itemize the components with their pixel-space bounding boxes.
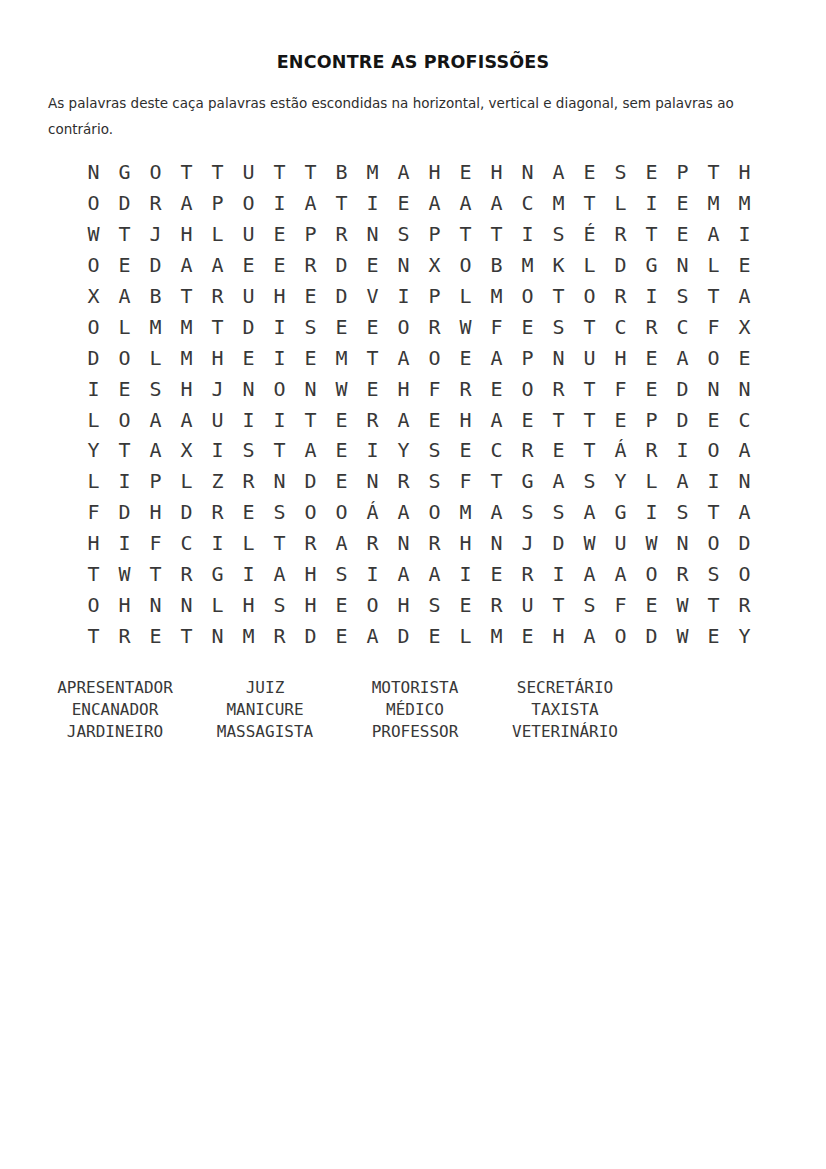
grid-cell: T (211, 162, 223, 182)
grid-cell: S (273, 595, 285, 615)
grid-cell: C (180, 533, 192, 553)
grid-cell: T (583, 317, 595, 337)
grid-cell: T (273, 440, 285, 460)
grid-cell: A (397, 348, 409, 368)
grid-cell: I (645, 286, 657, 306)
grid-cell: E (335, 471, 347, 491)
grid-cell: D (304, 626, 316, 646)
word-list-item: MANICURE (226, 702, 303, 718)
grid-cell: N (273, 471, 285, 491)
grid-cell: I (273, 193, 285, 213)
grid-cell: D (397, 626, 409, 646)
grid-cell: W (676, 595, 688, 615)
grid-cell: E (645, 379, 657, 399)
grid-cell: N (242, 379, 254, 399)
grid-cell: A (211, 255, 223, 275)
grid-cell: L (118, 317, 130, 337)
grid-cell: R (428, 533, 440, 553)
grid-cell: B (149, 286, 161, 306)
grid-cell: A (490, 193, 502, 213)
grid-cell: O (397, 317, 409, 337)
grid-cell: O (273, 379, 285, 399)
grid-cell: E (521, 317, 533, 337)
grid-cell: Y (397, 440, 409, 460)
grid-cell: E (707, 626, 719, 646)
grid-cell: A (459, 193, 471, 213)
grid-cell: W (583, 533, 595, 553)
grid-cell: M (180, 317, 192, 337)
grid-cell: S (583, 595, 595, 615)
grid-cell: L (583, 255, 595, 275)
grid-cell: E (242, 348, 254, 368)
grid-cell: P (428, 224, 440, 244)
grid-cell: A (428, 564, 440, 584)
word-list-item: MASSAGISTA (217, 724, 313, 740)
grid-cell: U (583, 348, 595, 368)
grid-cell: X (87, 286, 99, 306)
grid-cell: A (552, 471, 564, 491)
grid-cell: S (397, 224, 409, 244)
grid-cell: R (335, 224, 347, 244)
grid-cell: T (273, 533, 285, 553)
grid-cell: W (676, 626, 688, 646)
grid-cell: L (242, 533, 254, 553)
grid-cell: H (211, 348, 223, 368)
grid-cell: T (273, 162, 285, 182)
grid-cell: N (397, 533, 409, 553)
grid-cell: A (707, 224, 719, 244)
grid-cell: C (738, 410, 750, 430)
grid-cell: F (490, 317, 502, 337)
grid-cell: T (490, 471, 502, 491)
grid-cell: L (614, 193, 626, 213)
grid-cell: A (366, 626, 378, 646)
grid-cell: T (180, 286, 192, 306)
grid-cell: H (459, 533, 471, 553)
grid-cell: A (397, 410, 409, 430)
grid-cell: U (614, 533, 626, 553)
grid-cell: X (428, 255, 440, 275)
grid-cell: E (583, 162, 595, 182)
grid-cell: E (428, 626, 440, 646)
grid-cell: G (614, 502, 626, 522)
grid-cell: J (521, 533, 533, 553)
grid-cell: D (676, 410, 688, 430)
grid-cell: G (211, 564, 223, 584)
grid-cell: S (552, 224, 564, 244)
grid-cell: E (645, 595, 657, 615)
grid-cell: P (149, 471, 161, 491)
grid-cell: C (614, 317, 626, 337)
grid-cell: Y (614, 471, 626, 491)
grid-cell: T (583, 193, 595, 213)
grid-cell: D (149, 255, 161, 275)
grid-cell: E (552, 440, 564, 460)
grid-cell: R (614, 224, 626, 244)
grid-cell: L (180, 471, 192, 491)
grid-cell: N (87, 162, 99, 182)
grid-cell: H (118, 595, 130, 615)
instructions-line-1: As palavras deste caça palavras estão es… (48, 90, 808, 116)
grid-cell: I (521, 224, 533, 244)
word-list-item: APRESENTADOR (57, 680, 173, 696)
grid-cell: S (521, 502, 533, 522)
grid-cell: M (366, 162, 378, 182)
grid-cell: I (397, 286, 409, 306)
grid-cell: T (645, 224, 657, 244)
grid-cell: O (118, 410, 130, 430)
grid-cell: S (149, 379, 161, 399)
grid-cell: R (397, 471, 409, 491)
grid-cell: L (211, 224, 223, 244)
word-list-item: PROFESSOR (372, 724, 459, 740)
grid-cell: T (490, 224, 502, 244)
grid-cell: O (366, 595, 378, 615)
grid-cell: O (428, 502, 440, 522)
grid-cell: N (676, 533, 688, 553)
grid-cell: E (335, 626, 347, 646)
grid-cell: D (180, 502, 192, 522)
grid-cell: T (707, 502, 719, 522)
grid-cell: A (676, 348, 688, 368)
grid-cell: T (118, 440, 130, 460)
grid-cell: D (645, 626, 657, 646)
grid-cell: T (335, 193, 347, 213)
word-list-item: MÉDICO (386, 702, 444, 718)
grid-cell: D (335, 286, 347, 306)
grid-cell: F (428, 379, 440, 399)
puzzle-page: ENCONTRE AS PROFISSÕES As palavras deste… (0, 0, 826, 1169)
grid-cell: T (707, 595, 719, 615)
grid-cell: T (583, 410, 595, 430)
grid-cell: E (428, 410, 440, 430)
grid-cell: N (149, 595, 161, 615)
grid-cell: O (87, 255, 99, 275)
grid-cell: I (242, 564, 254, 584)
grid-cell: M (335, 348, 347, 368)
grid-cell: I (242, 410, 254, 430)
grid-cell: L (707, 255, 719, 275)
grid-cell: T (707, 162, 719, 182)
grid-cell: W (118, 564, 130, 584)
grid-cell: S (552, 502, 564, 522)
grid-cell: X (180, 440, 192, 460)
grid-cell: M (459, 502, 471, 522)
grid-cell: T (118, 224, 130, 244)
grid-cell: R (738, 595, 750, 615)
grid-cell: O (707, 440, 719, 460)
grid-cell: B (335, 162, 347, 182)
page-title: ENCONTRE AS PROFISSÕES (0, 52, 826, 72)
grid-cell: R (459, 379, 471, 399)
grid-cell: H (149, 502, 161, 522)
grid-cell: R (304, 533, 316, 553)
grid-cell: N (707, 379, 719, 399)
grid-cell: F (614, 379, 626, 399)
grid-cell: A (304, 193, 316, 213)
grid-cell: I (211, 440, 223, 460)
grid-cell: D (242, 317, 254, 337)
word-list-item: JUIZ (246, 680, 285, 696)
grid-cell: T (149, 564, 161, 584)
grid-cell: E (366, 255, 378, 275)
grid-cell: U (242, 224, 254, 244)
grid-cell: R (676, 564, 688, 584)
grid-cell: E (304, 348, 316, 368)
grid-cell: E (614, 410, 626, 430)
grid-cell: T (552, 595, 564, 615)
grid-cell: S (304, 317, 316, 337)
grid-cell: O (242, 193, 254, 213)
grid-cell: L (211, 595, 223, 615)
grid-cell: S (428, 471, 440, 491)
grid-cell: H (428, 162, 440, 182)
grid-cell: R (366, 410, 378, 430)
word-search-grid: NGOTTUTTBMAHEHNAESEPTHODRAPOIATIEAAACMTL… (78, 157, 760, 651)
grid-cell: B (490, 255, 502, 275)
grid-cell: I (211, 533, 223, 553)
grid-cell: A (273, 564, 285, 584)
grid-cell: A (397, 162, 409, 182)
grid-cell: N (211, 626, 223, 646)
grid-cell: E (738, 348, 750, 368)
grid-cell: E (645, 348, 657, 368)
grid-cell: R (118, 626, 130, 646)
grid-cell: L (645, 471, 657, 491)
grid-cell: R (211, 286, 223, 306)
grid-cell: I (366, 193, 378, 213)
grid-cell: O (459, 255, 471, 275)
grid-cell: E (459, 440, 471, 460)
grid-cell: S (428, 595, 440, 615)
grid-cell: U (211, 410, 223, 430)
grid-cell: N (738, 471, 750, 491)
grid-cell: C (490, 440, 502, 460)
grid-cell: D (676, 379, 688, 399)
grid-cell: H (397, 379, 409, 399)
grid-cell: P (304, 224, 316, 244)
grid-cell: P (211, 193, 223, 213)
grid-cell: D (304, 471, 316, 491)
grid-cell: R (552, 379, 564, 399)
grid-cell: O (707, 348, 719, 368)
grid-cell: E (118, 255, 130, 275)
grid-cell: N (397, 255, 409, 275)
grid-cell: T (87, 626, 99, 646)
grid-cell: H (304, 564, 316, 584)
grid-cell: R (521, 440, 533, 460)
grid-cell: T (180, 626, 192, 646)
grid-cell: C (521, 193, 533, 213)
grid-cell: S (242, 440, 254, 460)
grid-cell: I (676, 440, 688, 460)
grid-cell: E (459, 595, 471, 615)
grid-cell: E (366, 317, 378, 337)
grid-cell: S (552, 317, 564, 337)
grid-cell: K (552, 255, 564, 275)
grid-cell: O (521, 286, 533, 306)
grid-cell: E (676, 193, 688, 213)
grid-cell: Z (211, 471, 223, 491)
grid-cell: D (118, 193, 130, 213)
grid-cell: A (552, 162, 564, 182)
grid-cell: D (552, 533, 564, 553)
grid-cell: V (366, 286, 378, 306)
grid-cell: P (428, 286, 440, 306)
grid-cell: N (366, 471, 378, 491)
grid-cell: O (87, 595, 99, 615)
grid-cell: E (304, 286, 316, 306)
grid-cell: Á (366, 502, 378, 522)
grid-cell: É (583, 224, 595, 244)
grid-cell: E (366, 379, 378, 399)
grid-cell: N (552, 348, 564, 368)
grid-cell: L (87, 410, 99, 430)
grid-cell: R (180, 564, 192, 584)
grid-cell: H (552, 626, 564, 646)
grid-cell: R (614, 286, 626, 306)
grid-cell: M (180, 348, 192, 368)
grid-cell: T (583, 440, 595, 460)
grid-cell: O (118, 348, 130, 368)
grid-cell: E (273, 224, 285, 244)
grid-cell: A (149, 410, 161, 430)
grid-cell: M (490, 626, 502, 646)
grid-cell: S (273, 502, 285, 522)
grid-cell: W (335, 379, 347, 399)
grid-cell: E (459, 162, 471, 182)
grid-cell: P (645, 410, 657, 430)
grid-cell: N (490, 533, 502, 553)
grid-cell: S (614, 162, 626, 182)
word-list-item: JARDINEIRO (67, 724, 163, 740)
grid-cell: A (583, 502, 595, 522)
grid-cell: U (242, 162, 254, 182)
grid-cell: A (490, 502, 502, 522)
grid-cell: M (149, 317, 161, 337)
grid-cell: H (614, 348, 626, 368)
grid-cell: A (335, 533, 347, 553)
grid-cell: A (738, 286, 750, 306)
grid-cell: F (707, 317, 719, 337)
grid-cell: A (118, 286, 130, 306)
grid-cell: I (738, 224, 750, 244)
word-list-item: TAXISTA (531, 702, 598, 718)
grid-cell: I (273, 410, 285, 430)
grid-cell: C (676, 317, 688, 337)
grid-cell: H (180, 224, 192, 244)
grid-cell: N (304, 379, 316, 399)
grid-cell: H (87, 533, 99, 553)
grid-cell: O (521, 379, 533, 399)
grid-cell: Y (87, 440, 99, 460)
grid-cell: O (428, 348, 440, 368)
grid-cell: E (490, 379, 502, 399)
grid-cell: D (87, 348, 99, 368)
grid-cell: F (149, 533, 161, 553)
word-list: APRESENTADORJUIZMOTORISTASECRETÁRIOENCAN… (40, 677, 640, 743)
grid-cell: N (738, 379, 750, 399)
grid-cell: J (211, 379, 223, 399)
grid-cell: R (273, 626, 285, 646)
grid-cell: I (459, 564, 471, 584)
grid-cell: T (552, 286, 564, 306)
grid-cell: E (242, 255, 254, 275)
grid-cell: A (180, 410, 192, 430)
grid-cell: O (707, 533, 719, 553)
grid-cell: I (366, 440, 378, 460)
instructions-line-2: contrário. (48, 116, 808, 142)
grid-cell: E (490, 564, 502, 584)
grid-cell: J (149, 224, 161, 244)
grid-cell: E (738, 255, 750, 275)
grid-cell: T (304, 162, 316, 182)
grid-cell: E (459, 348, 471, 368)
grid-cell: R (521, 564, 533, 584)
grid-cell: A (490, 348, 502, 368)
grid-cell: H (490, 162, 502, 182)
grid-cell: H (304, 595, 316, 615)
grid-cell: N (521, 162, 533, 182)
grid-cell: A (397, 502, 409, 522)
word-list-item: SECRETÁRIO (517, 680, 613, 696)
grid-cell: E (118, 379, 130, 399)
grid-cell: O (738, 564, 750, 584)
grid-cell: T (459, 224, 471, 244)
grid-cell: L (459, 626, 471, 646)
grid-cell: I (273, 348, 285, 368)
grid-cell: O (87, 317, 99, 337)
grid-cell: R (211, 502, 223, 522)
grid-cell: M (490, 286, 502, 306)
grid-cell: L (149, 348, 161, 368)
grid-cell: O (614, 626, 626, 646)
grid-cell: N (180, 595, 192, 615)
grid-cell: T (211, 317, 223, 337)
grid-cell: M (738, 193, 750, 213)
grid-cell: I (552, 564, 564, 584)
grid-cell: Y (738, 626, 750, 646)
grid-cell: D (738, 533, 750, 553)
grid-cell: O (87, 193, 99, 213)
grid-cell: A (149, 440, 161, 460)
grid-cell: N (676, 255, 688, 275)
grid-cell: L (459, 286, 471, 306)
word-list-item: ENCANADOR (72, 702, 159, 718)
grid-cell: W (645, 533, 657, 553)
grid-cell: A (614, 564, 626, 584)
grid-cell: T (87, 564, 99, 584)
grid-cell: S (583, 471, 595, 491)
grid-cell: A (583, 564, 595, 584)
grid-cell: A (428, 193, 440, 213)
grid-cell: T (180, 162, 192, 182)
grid-cell: G (645, 255, 657, 275)
grid-cell: A (676, 471, 688, 491)
grid-cell: T (304, 410, 316, 430)
grid-cell: M (242, 626, 254, 646)
grid-cell: A (397, 564, 409, 584)
grid-cell: I (118, 533, 130, 553)
grid-cell: G (118, 162, 130, 182)
grid-cell: A (304, 440, 316, 460)
grid-cell: I (273, 317, 285, 337)
grid-cell: N (366, 224, 378, 244)
grid-cell: R (304, 255, 316, 275)
grid-cell: A (738, 440, 750, 460)
grid-cell: I (118, 471, 130, 491)
grid-cell: A (738, 502, 750, 522)
